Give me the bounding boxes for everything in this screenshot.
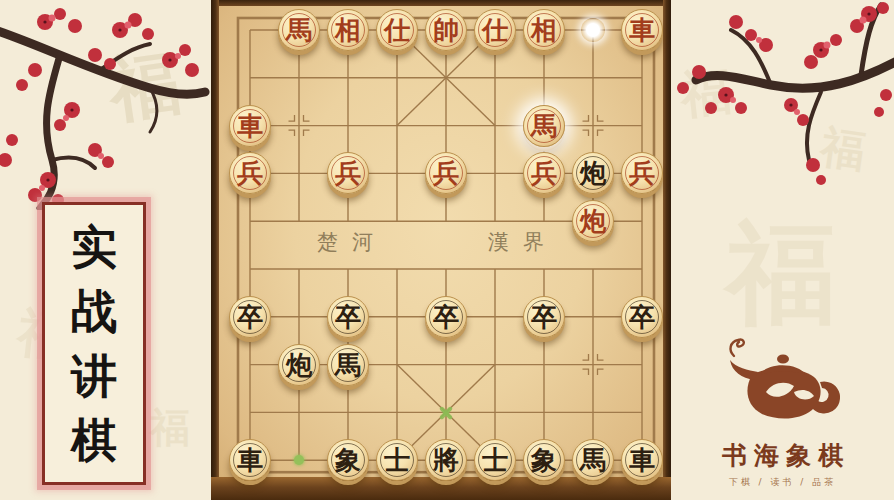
left-decor-panel: 福 福 福 实战讲棋 bbox=[0, 0, 211, 500]
piece-glyph: 車 bbox=[629, 17, 655, 43]
piece-glyph: 相 bbox=[335, 17, 361, 43]
piece-black-f7r7[interactable]: 卒 bbox=[523, 296, 565, 338]
brand-tagline: 下棋 / 读书 / 品茶 bbox=[671, 476, 894, 489]
banner-char: 棋 bbox=[71, 417, 117, 463]
piece-glyph: 帥 bbox=[433, 17, 459, 43]
piece-red-f1r3[interactable]: 車 bbox=[229, 105, 271, 147]
piece-glyph: 士 bbox=[384, 447, 410, 473]
piece-glyph: 象 bbox=[531, 447, 557, 473]
piece-red-f7r3[interactable]: 馬 bbox=[523, 105, 565, 147]
piece-black-f7r10[interactable]: 象 bbox=[523, 439, 565, 481]
piece-black-f8r10[interactable]: 馬 bbox=[572, 439, 614, 481]
river-label-right: 漢界 bbox=[488, 228, 558, 256]
brand-logo-block: 书海象棋 下棋 / 读书 / 品茶 bbox=[671, 330, 894, 489]
piece-red-f4r1[interactable]: 仕 bbox=[376, 9, 418, 51]
piece-glyph: 兵 bbox=[629, 160, 655, 186]
piece-glyph: 兵 bbox=[531, 160, 557, 186]
piece-red-f7r1[interactable]: 相 bbox=[523, 9, 565, 51]
piece-glyph: 馬 bbox=[531, 113, 557, 139]
piece-black-f5r7[interactable]: 卒 bbox=[425, 296, 467, 338]
piece-black-f3r8[interactable]: 馬 bbox=[327, 344, 369, 386]
plum-blossom-top-right bbox=[671, 0, 894, 230]
piece-black-f1r10[interactable]: 車 bbox=[229, 439, 271, 481]
piece-red-f2r1[interactable]: 馬 bbox=[278, 9, 320, 51]
fu-watermark: 福 bbox=[817, 117, 869, 182]
board-grid bbox=[211, 0, 671, 500]
piece-glyph: 炮 bbox=[580, 160, 606, 186]
piece-glyph: 士 bbox=[482, 447, 508, 473]
teapot-icon bbox=[708, 330, 858, 435]
fu-watermark: 福 bbox=[678, 58, 735, 130]
piece-glyph: 兵 bbox=[335, 160, 361, 186]
piece-glyph: 仕 bbox=[384, 17, 410, 43]
fu-watermark: 福 bbox=[726, 200, 836, 349]
blossom-cluster bbox=[0, 8, 199, 206]
piece-black-f3r7[interactable]: 卒 bbox=[327, 296, 369, 338]
piece-glyph: 卒 bbox=[531, 304, 557, 330]
lecture-banner: 实战讲棋 bbox=[42, 202, 146, 485]
piece-glyph: 卒 bbox=[237, 304, 263, 330]
piece-glyph: 兵 bbox=[237, 160, 263, 186]
piece-black-f6r10[interactable]: 士 bbox=[474, 439, 516, 481]
piece-red-f3r1[interactable]: 相 bbox=[327, 9, 369, 51]
piece-black-f3r10[interactable]: 象 bbox=[327, 439, 369, 481]
brand-name: 书海象棋 bbox=[671, 439, 894, 472]
piece-glyph: 兵 bbox=[433, 160, 459, 186]
piece-black-f5r10[interactable]: 將 bbox=[425, 439, 467, 481]
piece-glyph: 炮 bbox=[286, 352, 312, 378]
piece-glyph: 卒 bbox=[433, 304, 459, 330]
banner-char: 讲 bbox=[71, 353, 117, 399]
plum-blossom-top-left bbox=[0, 0, 211, 210]
piece-glyph: 馬 bbox=[335, 352, 361, 378]
piece-glyph: 車 bbox=[237, 447, 263, 473]
banner-char: 战 bbox=[71, 288, 117, 334]
piece-black-f1r7[interactable]: 卒 bbox=[229, 296, 271, 338]
piece-glyph: 車 bbox=[237, 113, 263, 139]
piece-glyph: 卒 bbox=[629, 304, 655, 330]
river-label-left: 楚河 bbox=[317, 228, 387, 256]
xiangqi-board[interactable]: 楚河 漢界 馬相仕帥仕相車車馬兵兵兵兵炮兵炮卒卒卒卒卒炮馬車象士將士象馬車 bbox=[211, 0, 671, 500]
fu-watermark: 福 bbox=[150, 400, 190, 455]
piece-glyph: 馬 bbox=[580, 447, 606, 473]
banner-char: 实 bbox=[71, 224, 117, 270]
fu-watermark: 福 bbox=[104, 36, 186, 139]
piece-glyph: 仕 bbox=[482, 17, 508, 43]
piece-black-f9r7[interactable]: 卒 bbox=[621, 296, 663, 338]
piece-glyph: 馬 bbox=[286, 17, 312, 43]
piece-glyph: 車 bbox=[629, 447, 655, 473]
piece-glyph: 將 bbox=[433, 447, 459, 473]
piece-glyph: 相 bbox=[531, 17, 557, 43]
piece-red-f8r5[interactable]: 炮 bbox=[572, 200, 614, 242]
piece-glyph: 卒 bbox=[335, 304, 361, 330]
piece-red-f6r1[interactable]: 仕 bbox=[474, 9, 516, 51]
piece-red-f9r1[interactable]: 車 bbox=[621, 9, 663, 51]
page: { "game": "xiangqi", "position": { "fen"… bbox=[0, 0, 894, 500]
piece-black-f4r10[interactable]: 士 bbox=[376, 439, 418, 481]
piece-red-f5r1[interactable]: 帥 bbox=[425, 9, 467, 51]
piece-glyph: 象 bbox=[335, 447, 361, 473]
piece-black-f9r10[interactable]: 車 bbox=[621, 439, 663, 481]
piece-glyph: 炮 bbox=[580, 208, 606, 234]
piece-black-f2r8[interactable]: 炮 bbox=[278, 344, 320, 386]
